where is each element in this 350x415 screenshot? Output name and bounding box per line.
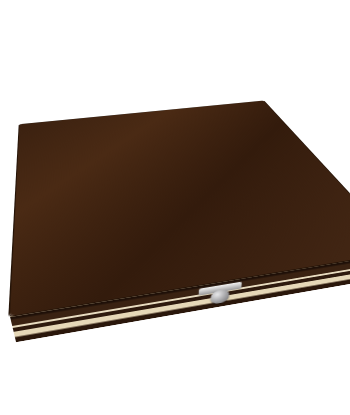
clasp-plate (199, 282, 242, 296)
chess-set-scene (21, 22, 329, 330)
clasp-hook (210, 288, 229, 304)
product-photo-chess-set: { "game": "chess", "position": { "fen": … (0, 0, 350, 415)
clasp-latch-icon (195, 280, 246, 309)
chess-board (10, 101, 350, 316)
